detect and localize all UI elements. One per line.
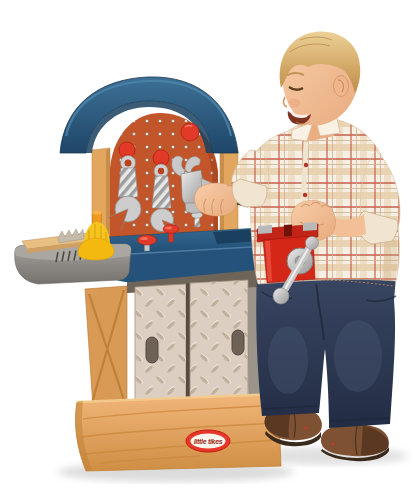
logo-text: little tikes <box>194 438 223 445</box>
brand-logo: little tikes <box>186 430 230 452</box>
toy-workbench: little tikes <box>15 77 281 471</box>
shirt-button <box>304 163 308 167</box>
left-fist <box>194 183 237 216</box>
cheek-blush <box>288 99 301 108</box>
shirt-button <box>303 193 307 197</box>
crank-ball-top[interactable] <box>306 237 319 250</box>
base-plinth: little tikes <box>75 394 281 471</box>
scene-illustration: little tikes <box>0 0 416 500</box>
door-handle-right[interactable] <box>232 330 244 355</box>
head <box>280 32 361 126</box>
ear <box>334 76 349 97</box>
product-photo: little tikes <box>0 0 416 500</box>
right-shoe <box>321 424 389 461</box>
crank-ball-bottom[interactable] <box>273 288 289 304</box>
door-handle-left[interactable] <box>146 337 158 363</box>
